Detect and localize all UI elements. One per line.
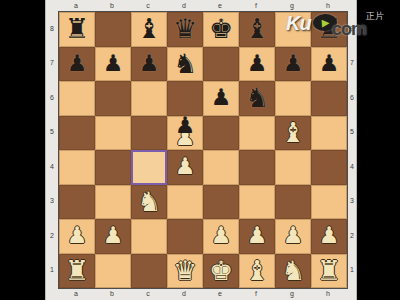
piece-black-king[interactable]: ♚ [209, 15, 233, 42]
square-g1[interactable]: ♞ [275, 254, 311, 289]
square-c6[interactable] [131, 81, 167, 116]
square-b5[interactable] [95, 116, 131, 151]
square-d8[interactable]: ♛ [167, 12, 203, 47]
square-e1[interactable]: ♚ [203, 254, 239, 289]
piece-white-bishop[interactable]: ♝ [281, 119, 305, 146]
square-h4[interactable] [311, 150, 347, 185]
square-f5[interactable] [239, 116, 275, 151]
square-b4[interactable] [95, 150, 131, 185]
watermark-logo: Ku ▶ com 正片 [286, 10, 398, 42]
square-a3[interactable] [59, 185, 95, 220]
square-e5[interactable] [203, 116, 239, 151]
square-e2[interactable]: ♟ [203, 219, 239, 254]
square-b1[interactable] [95, 254, 131, 289]
square-h3[interactable] [311, 185, 347, 220]
square-h1[interactable]: ♜ [311, 254, 347, 289]
square-a6[interactable] [59, 81, 95, 116]
square-b3[interactable] [95, 185, 131, 220]
square-c7[interactable]: ♟ [131, 47, 167, 82]
file-label: c [130, 0, 166, 11]
square-h7[interactable]: ♟ [311, 47, 347, 82]
square-e7[interactable] [203, 47, 239, 82]
piece-black-knight[interactable]: ♞ [245, 84, 269, 111]
rank-label: 1 [46, 253, 58, 288]
piece-white-rook[interactable]: ♜ [317, 257, 341, 284]
square-e3[interactable] [203, 185, 239, 220]
square-d1[interactable]: ♛ [167, 254, 203, 289]
piece-white-knight[interactable]: ♞ [137, 188, 161, 215]
square-a5[interactable] [59, 116, 95, 151]
square-d5[interactable]: ♟♟ [167, 116, 203, 151]
piece-black-pawn[interactable]: ♟ [67, 52, 88, 75]
rank-label: 4 [46, 149, 58, 184]
square-a1[interactable]: ♜ [59, 254, 95, 289]
square-b2[interactable]: ♟ [95, 219, 131, 254]
video-frame: abcdefgh abcdefgh 87654321 87654321 ♜♝♛♚… [0, 0, 400, 300]
square-b6[interactable] [95, 81, 131, 116]
piece-black-pawn[interactable]: ♟ [319, 52, 340, 75]
piece-white-knight[interactable]: ♞ [281, 257, 305, 284]
square-f8[interactable]: ♝ [239, 12, 275, 47]
watermark-brand-text: Ku [286, 12, 311, 35]
square-c5[interactable] [131, 116, 167, 151]
rank-label: 5 [46, 115, 58, 150]
square-g7[interactable]: ♟ [275, 47, 311, 82]
rank-labels-left: 87654321 [46, 11, 58, 287]
piece-black-pawn[interactable]: ♟ [247, 52, 268, 75]
square-g2[interactable]: ♟ [275, 219, 311, 254]
piece-black-rook[interactable]: ♜ [65, 15, 89, 42]
piece-white-pawn[interactable]: ♟ [67, 224, 88, 247]
file-label: b [94, 0, 130, 11]
square-f2[interactable]: ♟ [239, 219, 275, 254]
piece-white-pawn[interactable]: ♟ [283, 224, 304, 247]
square-c1[interactable] [131, 254, 167, 289]
square-g6[interactable] [275, 81, 311, 116]
piece-white-pawn[interactable]: ♟ [211, 224, 232, 247]
board-panel: abcdefgh abcdefgh 87654321 87654321 ♜♝♛♚… [45, 0, 357, 300]
file-label: e [202, 0, 238, 11]
square-d2[interactable] [167, 219, 203, 254]
square-f4[interactable] [239, 150, 275, 185]
square-e8[interactable]: ♚ [203, 12, 239, 47]
square-d6[interactable] [167, 81, 203, 116]
piece-white-pawn[interactable]: ♟ [319, 224, 340, 247]
square-d3[interactable] [167, 185, 203, 220]
chess-board[interactable]: ♜♝♛♚♝♜♟♟♟♞♟♟♟♟♞♟♟♝♟♞♟♟♟♟♟♟♜♛♚♝♞♜ [58, 11, 348, 289]
square-b8[interactable] [95, 12, 131, 47]
piece-black-pawn[interactable]: ♟ [139, 52, 160, 75]
piece-white-pawn[interactable]: ♟ [247, 224, 268, 247]
piece-black-bishop[interactable]: ♝ [245, 15, 269, 42]
piece-white-rook[interactable]: ♜ [65, 257, 89, 284]
piece-white-pawn[interactable]: ♟ [103, 224, 124, 247]
square-a4[interactable] [59, 150, 95, 185]
piece-white-bishop[interactable]: ♝ [245, 257, 269, 284]
square-a8[interactable]: ♜ [59, 12, 95, 47]
square-f1[interactable]: ♝ [239, 254, 275, 289]
square-g3[interactable] [275, 185, 311, 220]
rank-label: 3 [46, 184, 58, 219]
square-e6[interactable]: ♟ [203, 81, 239, 116]
square-g4[interactable] [275, 150, 311, 185]
square-f3[interactable] [239, 185, 275, 220]
file-label: a [58, 0, 94, 11]
piece-black-bishop[interactable]: ♝ [137, 15, 161, 42]
rank-label: 8 [46, 11, 58, 46]
piece-black-knight[interactable]: ♞ [173, 50, 197, 77]
rank-label: 2 [46, 218, 58, 253]
piece-black-pawn[interactable]: ♟ [283, 52, 304, 75]
square-c4[interactable] [131, 150, 167, 185]
square-a2[interactable]: ♟ [59, 219, 95, 254]
square-f6[interactable]: ♞ [239, 81, 275, 116]
square-e4[interactable] [203, 150, 239, 185]
file-label: f [238, 0, 274, 11]
piece-black-pawn[interactable]: ♟ [175, 114, 196, 137]
piece-white-pawn[interactable]: ♟ [175, 155, 196, 178]
square-h5[interactable] [311, 116, 347, 151]
square-c3[interactable]: ♞ [131, 185, 167, 220]
square-b7[interactable]: ♟ [95, 47, 131, 82]
square-g5[interactable]: ♝ [275, 116, 311, 151]
rank-label: 7 [46, 46, 58, 81]
watermark-suffix-text: com [332, 19, 366, 40]
square-f7[interactable]: ♟ [239, 47, 275, 82]
square-d4[interactable]: ♟ [167, 150, 203, 185]
piece-white-queen[interactable]: ♛ [173, 257, 197, 284]
square-c8[interactable]: ♝ [131, 12, 167, 47]
rank-label: 6 [46, 80, 58, 115]
square-h2[interactable]: ♟ [311, 219, 347, 254]
piece-black-pawn[interactable]: ♟ [103, 52, 124, 75]
watermark-small-text: 正片 [366, 10, 384, 23]
file-label: d [166, 0, 202, 11]
square-c2[interactable] [131, 219, 167, 254]
piece-black-pawn[interactable]: ♟ [211, 86, 232, 109]
square-h6[interactable] [311, 81, 347, 116]
piece-black-queen[interactable]: ♛ [173, 15, 197, 42]
square-a7[interactable]: ♟ [59, 47, 95, 82]
square-d7[interactable]: ♞ [167, 47, 203, 82]
piece-white-king[interactable]: ♚ [209, 257, 233, 284]
